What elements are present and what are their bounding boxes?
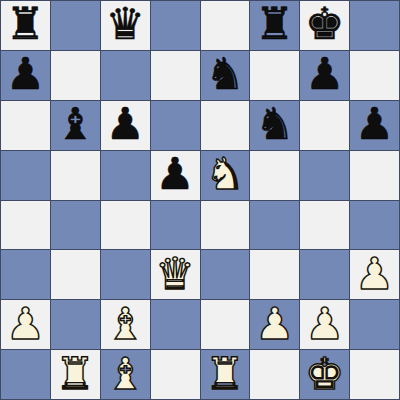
square-d1[interactable] bbox=[151, 350, 200, 399]
square-e6[interactable] bbox=[201, 101, 250, 150]
piece-white-bishop[interactable]: ♝ bbox=[105, 302, 144, 346]
square-a1[interactable] bbox=[1, 350, 50, 399]
square-h4[interactable] bbox=[350, 201, 399, 250]
piece-white-rook[interactable]: ♜ bbox=[56, 352, 95, 396]
square-b6[interactable]: ♝ bbox=[51, 101, 100, 150]
square-f1[interactable] bbox=[250, 350, 299, 399]
square-g3[interactable] bbox=[300, 250, 349, 299]
square-f4[interactable] bbox=[250, 201, 299, 250]
square-f3[interactable] bbox=[250, 250, 299, 299]
square-g2[interactable]: ♟ bbox=[300, 300, 349, 349]
square-g6[interactable] bbox=[300, 101, 349, 150]
square-f7[interactable] bbox=[250, 51, 299, 100]
piece-black-pawn[interactable]: ♟ bbox=[105, 102, 144, 146]
square-d4[interactable] bbox=[151, 201, 200, 250]
piece-black-queen[interactable]: ♛ bbox=[105, 2, 144, 46]
square-g5[interactable] bbox=[300, 151, 349, 200]
square-d2[interactable] bbox=[151, 300, 200, 349]
square-f8[interactable]: ♜ bbox=[250, 1, 299, 50]
square-c8[interactable]: ♛ bbox=[101, 1, 150, 50]
piece-black-knight[interactable]: ♞ bbox=[255, 102, 294, 146]
square-h3[interactable]: ♟ bbox=[350, 250, 399, 299]
square-e1[interactable]: ♜ bbox=[201, 350, 250, 399]
square-c7[interactable] bbox=[101, 51, 150, 100]
square-g7[interactable]: ♟ bbox=[300, 51, 349, 100]
square-b4[interactable] bbox=[51, 201, 100, 250]
piece-white-knight[interactable]: ♞ bbox=[205, 152, 244, 196]
square-e8[interactable] bbox=[201, 1, 250, 50]
square-d7[interactable] bbox=[151, 51, 200, 100]
square-e5[interactable]: ♞ bbox=[201, 151, 250, 200]
square-h5[interactable] bbox=[350, 151, 399, 200]
square-b8[interactable] bbox=[51, 1, 100, 50]
square-g8[interactable]: ♚ bbox=[300, 1, 349, 50]
square-c3[interactable] bbox=[101, 250, 150, 299]
piece-black-rook[interactable]: ♜ bbox=[6, 2, 45, 46]
square-a6[interactable] bbox=[1, 101, 50, 150]
square-b7[interactable] bbox=[51, 51, 100, 100]
square-c4[interactable] bbox=[101, 201, 150, 250]
square-e7[interactable]: ♞ bbox=[201, 51, 250, 100]
square-h7[interactable] bbox=[350, 51, 399, 100]
square-e2[interactable] bbox=[201, 300, 250, 349]
piece-black-king[interactable]: ♚ bbox=[305, 2, 344, 46]
piece-white-queen[interactable]: ♛ bbox=[155, 252, 194, 296]
square-h2[interactable] bbox=[350, 300, 399, 349]
square-b2[interactable] bbox=[51, 300, 100, 349]
square-f2[interactable]: ♟ bbox=[250, 300, 299, 349]
piece-black-pawn[interactable]: ♟ bbox=[305, 52, 344, 96]
square-a2[interactable]: ♟ bbox=[1, 300, 50, 349]
piece-white-pawn[interactable]: ♟ bbox=[255, 302, 294, 346]
piece-white-pawn[interactable]: ♟ bbox=[6, 302, 45, 346]
square-b5[interactable] bbox=[51, 151, 100, 200]
piece-black-bishop[interactable]: ♝ bbox=[56, 102, 95, 146]
square-d8[interactable] bbox=[151, 1, 200, 50]
square-h8[interactable] bbox=[350, 1, 399, 50]
square-a4[interactable] bbox=[1, 201, 50, 250]
square-d3[interactable]: ♛ bbox=[151, 250, 200, 299]
square-b3[interactable] bbox=[51, 250, 100, 299]
piece-black-rook[interactable]: ♜ bbox=[255, 2, 294, 46]
square-c2[interactable]: ♝ bbox=[101, 300, 150, 349]
piece-black-pawn[interactable]: ♟ bbox=[155, 152, 194, 196]
square-a5[interactable] bbox=[1, 151, 50, 200]
chess-board: ♜♛♜♚♟♞♟♝♟♞♟♟♞♛♟♟♝♟♟♜♝♜♚ bbox=[0, 0, 400, 400]
piece-white-king[interactable]: ♚ bbox=[305, 352, 344, 396]
piece-white-rook[interactable]: ♜ bbox=[205, 352, 244, 396]
piece-black-knight[interactable]: ♞ bbox=[205, 52, 244, 96]
piece-white-pawn[interactable]: ♟ bbox=[355, 252, 394, 296]
piece-black-pawn[interactable]: ♟ bbox=[355, 102, 394, 146]
square-d5[interactable]: ♟ bbox=[151, 151, 200, 200]
square-c5[interactable] bbox=[101, 151, 150, 200]
square-a8[interactable]: ♜ bbox=[1, 1, 50, 50]
square-d6[interactable] bbox=[151, 101, 200, 150]
piece-white-pawn[interactable]: ♟ bbox=[305, 302, 344, 346]
square-g4[interactable] bbox=[300, 201, 349, 250]
square-a7[interactable]: ♟ bbox=[1, 51, 50, 100]
piece-white-bishop[interactable]: ♝ bbox=[105, 352, 144, 396]
square-e4[interactable] bbox=[201, 201, 250, 250]
piece-black-pawn[interactable]: ♟ bbox=[6, 52, 45, 96]
square-c6[interactable]: ♟ bbox=[101, 101, 150, 150]
square-f5[interactable] bbox=[250, 151, 299, 200]
square-a3[interactable] bbox=[1, 250, 50, 299]
square-h6[interactable]: ♟ bbox=[350, 101, 399, 150]
square-c1[interactable]: ♝ bbox=[101, 350, 150, 399]
square-b1[interactable]: ♜ bbox=[51, 350, 100, 399]
square-e3[interactable] bbox=[201, 250, 250, 299]
square-h1[interactable] bbox=[350, 350, 399, 399]
square-g1[interactable]: ♚ bbox=[300, 350, 349, 399]
square-f6[interactable]: ♞ bbox=[250, 101, 299, 150]
